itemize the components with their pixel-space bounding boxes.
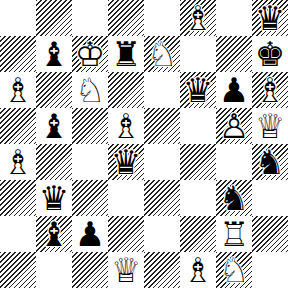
square-h3[interactable] (252, 180, 288, 216)
square-g2[interactable]: ♜♖ (216, 216, 252, 252)
square-f4[interactable] (180, 144, 216, 180)
square-f3[interactable] (180, 180, 216, 216)
piece-halo: ♝ (180, 252, 216, 288)
piece-halo: ♞ (216, 252, 252, 288)
piece-white-knight: ♘ (72, 72, 108, 108)
square-f7[interactable] (180, 36, 216, 72)
piece-halo: ♛ (252, 108, 288, 144)
square-c8[interactable] (72, 0, 108, 36)
square-c2[interactable]: ♟♟ (72, 216, 108, 252)
square-h6[interactable]: ♝♗ (252, 72, 288, 108)
square-h8[interactable]: ♛♛ (252, 0, 288, 36)
square-a8[interactable] (0, 0, 36, 36)
piece-halo: ♟ (216, 108, 252, 144)
piece-halo: ♝ (36, 108, 72, 144)
square-c7[interactable]: ♚♔ (72, 36, 108, 72)
square-g1[interactable]: ♞♘ (216, 252, 252, 288)
piece-white-rook: ♖ (216, 216, 252, 252)
piece-white-knight: ♘ (144, 36, 180, 72)
piece-black-bishop: ♝ (36, 36, 72, 72)
square-c5[interactable] (72, 108, 108, 144)
chess-board: ♝♗♛♛♝♝♚♔♜♜♞♘♚♚♝♗♞♘♛♛♟♟♝♗♝♝♝♗♟♙♛♕♝♗♛♛♞♞♛♛… (0, 0, 288, 288)
square-f1[interactable]: ♝♗ (180, 252, 216, 288)
square-h7[interactable]: ♚♚ (252, 36, 288, 72)
piece-white-pawn: ♙ (216, 108, 252, 144)
piece-halo: ♞ (72, 72, 108, 108)
square-a5[interactable] (0, 108, 36, 144)
piece-halo: ♟ (72, 216, 108, 252)
square-a6[interactable]: ♝♗ (0, 72, 36, 108)
piece-black-queen: ♛ (108, 144, 144, 180)
piece-black-knight: ♞ (252, 144, 288, 180)
square-e2[interactable] (144, 216, 180, 252)
square-e6[interactable] (144, 72, 180, 108)
piece-halo: ♜ (108, 36, 144, 72)
square-a3[interactable] (0, 180, 36, 216)
square-c6[interactable]: ♞♘ (72, 72, 108, 108)
square-f8[interactable]: ♝♗ (180, 0, 216, 36)
piece-white-knight: ♘ (216, 252, 252, 288)
square-b4[interactable] (36, 144, 72, 180)
square-f5[interactable] (180, 108, 216, 144)
square-e8[interactable] (144, 0, 180, 36)
square-e5[interactable] (144, 108, 180, 144)
piece-halo: ♛ (108, 252, 144, 288)
piece-halo: ♝ (252, 72, 288, 108)
square-h4[interactable]: ♞♞ (252, 144, 288, 180)
piece-halo: ♚ (72, 36, 108, 72)
square-e3[interactable] (144, 180, 180, 216)
square-g6[interactable]: ♟♟ (216, 72, 252, 108)
piece-black-queen: ♛ (36, 180, 72, 216)
square-d4[interactable]: ♛♛ (108, 144, 144, 180)
piece-black-queen: ♛ (252, 0, 288, 36)
square-a1[interactable] (0, 252, 36, 288)
piece-halo: ♝ (180, 0, 216, 36)
square-b7[interactable]: ♝♝ (36, 36, 72, 72)
square-b2[interactable]: ♝♝ (36, 216, 72, 252)
piece-halo: ♝ (0, 144, 36, 180)
square-g5[interactable]: ♟♙ (216, 108, 252, 144)
square-c4[interactable] (72, 144, 108, 180)
square-e1[interactable] (144, 252, 180, 288)
square-f2[interactable] (180, 216, 216, 252)
piece-halo: ♞ (216, 180, 252, 216)
square-b3[interactable]: ♛♛ (36, 180, 72, 216)
square-g8[interactable] (216, 0, 252, 36)
piece-black-pawn: ♟ (216, 72, 252, 108)
piece-white-bishop: ♗ (0, 72, 36, 108)
piece-white-bishop: ♗ (0, 144, 36, 180)
square-h5[interactable]: ♛♕ (252, 108, 288, 144)
square-a7[interactable] (0, 36, 36, 72)
square-d7[interactable]: ♜♜ (108, 36, 144, 72)
square-f6[interactable]: ♛♛ (180, 72, 216, 108)
square-g3[interactable]: ♞♞ (216, 180, 252, 216)
square-d3[interactable] (108, 180, 144, 216)
square-c3[interactable] (72, 180, 108, 216)
square-e4[interactable] (144, 144, 180, 180)
piece-black-king: ♚ (252, 36, 288, 72)
piece-white-bishop: ♗ (108, 108, 144, 144)
piece-halo: ♛ (180, 72, 216, 108)
piece-black-pawn: ♟ (72, 216, 108, 252)
square-d2[interactable] (108, 216, 144, 252)
square-c1[interactable] (72, 252, 108, 288)
piece-black-bishop: ♝ (36, 108, 72, 144)
square-b1[interactable] (36, 252, 72, 288)
piece-white-bishop: ♗ (252, 72, 288, 108)
piece-halo: ♞ (252, 144, 288, 180)
piece-halo: ♚ (252, 36, 288, 72)
square-a4[interactable]: ♝♗ (0, 144, 36, 180)
square-b5[interactable]: ♝♝ (36, 108, 72, 144)
piece-white-queen: ♕ (252, 108, 288, 144)
piece-halo: ♝ (36, 36, 72, 72)
square-b8[interactable] (36, 0, 72, 36)
square-d6[interactable] (108, 72, 144, 108)
square-b6[interactable] (36, 72, 72, 108)
piece-black-rook: ♜ (108, 36, 144, 72)
piece-halo: ♞ (144, 36, 180, 72)
piece-halo: ♛ (36, 180, 72, 216)
square-d8[interactable] (108, 0, 144, 36)
square-d5[interactable]: ♝♗ (108, 108, 144, 144)
square-a2[interactable] (0, 216, 36, 252)
piece-halo: ♜ (216, 216, 252, 252)
piece-halo: ♝ (108, 108, 144, 144)
piece-black-bishop: ♝ (36, 216, 72, 252)
piece-white-king: ♔ (72, 36, 108, 72)
square-g4[interactable] (216, 144, 252, 180)
piece-white-queen: ♕ (108, 252, 144, 288)
piece-halo: ♝ (36, 216, 72, 252)
square-h2[interactable] (252, 216, 288, 252)
square-g7[interactable] (216, 36, 252, 72)
piece-black-queen: ♛ (180, 72, 216, 108)
square-e7[interactable]: ♞♘ (144, 36, 180, 72)
square-d1[interactable]: ♛♕ (108, 252, 144, 288)
piece-halo: ♛ (108, 144, 144, 180)
piece-white-bishop: ♗ (180, 0, 216, 36)
square-h1[interactable] (252, 252, 288, 288)
piece-halo: ♝ (0, 72, 36, 108)
piece-black-knight: ♞ (216, 180, 252, 216)
piece-halo: ♟ (216, 72, 252, 108)
piece-white-bishop: ♗ (180, 252, 216, 288)
piece-halo: ♛ (252, 0, 288, 36)
